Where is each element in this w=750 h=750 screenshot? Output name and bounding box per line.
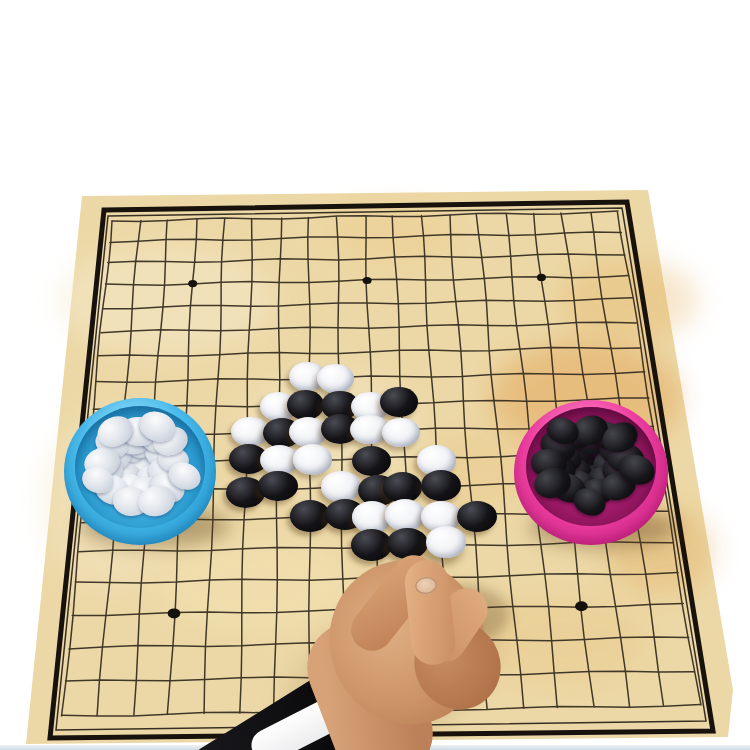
go-board[interactable]	[0, 0, 750, 750]
white-bowl-cavity	[75, 406, 205, 528]
black-stone-bowl[interactable]	[514, 400, 668, 545]
photo-bottom-edge	[0, 745, 750, 750]
star-point	[168, 608, 181, 618]
star-point	[371, 605, 384, 615]
black-bowl-cavity	[526, 407, 656, 526]
star-point	[575, 601, 588, 611]
star-point	[367, 426, 378, 435]
star-point	[537, 274, 546, 281]
star-point	[363, 277, 372, 284]
star-point	[188, 280, 197, 287]
product-photo	[0, 0, 750, 750]
white-stone-bowl[interactable]	[64, 398, 216, 545]
